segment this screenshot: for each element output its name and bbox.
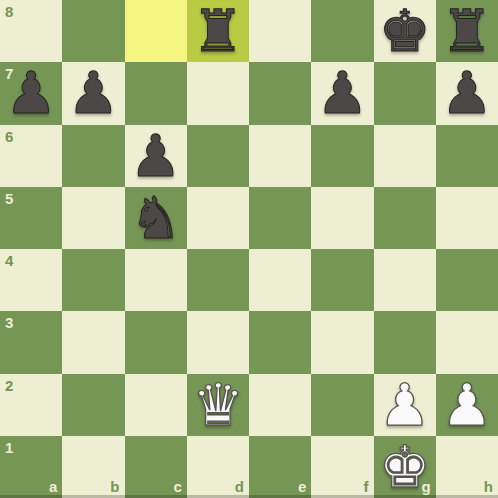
black-pawn[interactable]: ♟	[67, 64, 119, 122]
file-label-h: h	[484, 479, 493, 494]
chess-board-wrapper: 8♜♚♜7♟♟♟♟6♟5♞432♛♟♟1abcdefg♚h	[0, 0, 498, 498]
square-a6[interactable]: 6	[0, 125, 62, 187]
square-h2[interactable]: ♟	[436, 374, 498, 436]
rank-label-1: 1	[5, 440, 13, 455]
square-a8[interactable]: 8	[0, 0, 62, 62]
square-b5[interactable]	[62, 187, 124, 249]
square-a3[interactable]: 3	[0, 311, 62, 373]
square-e5[interactable]	[249, 187, 311, 249]
square-d2[interactable]: ♛	[187, 374, 249, 436]
square-h5[interactable]	[436, 187, 498, 249]
square-g4[interactable]	[374, 249, 436, 311]
rank-label-6: 6	[5, 129, 13, 144]
square-c2[interactable]	[125, 374, 187, 436]
square-h1[interactable]: h	[436, 436, 498, 498]
rank-label-2: 2	[5, 378, 13, 393]
square-h7[interactable]: ♟	[436, 62, 498, 124]
square-d8[interactable]: ♜	[187, 0, 249, 62]
square-e4[interactable]	[249, 249, 311, 311]
square-g7[interactable]	[374, 62, 436, 124]
square-c4[interactable]	[125, 249, 187, 311]
square-f1[interactable]: f	[311, 436, 373, 498]
square-h8[interactable]: ♜	[436, 0, 498, 62]
square-f6[interactable]	[311, 125, 373, 187]
square-f8[interactable]	[311, 0, 373, 62]
rank-label-5: 5	[5, 191, 13, 206]
white-queen[interactable]: ♛	[192, 376, 244, 434]
square-c3[interactable]	[125, 311, 187, 373]
square-b3[interactable]	[62, 311, 124, 373]
square-d4[interactable]	[187, 249, 249, 311]
square-f5[interactable]	[311, 187, 373, 249]
square-b8[interactable]	[62, 0, 124, 62]
square-h3[interactable]	[436, 311, 498, 373]
square-c8[interactable]	[125, 0, 187, 62]
square-e7[interactable]	[249, 62, 311, 124]
square-d1[interactable]: d	[187, 436, 249, 498]
black-knight[interactable]: ♞	[130, 189, 182, 247]
square-b6[interactable]	[62, 125, 124, 187]
file-label-c: c	[173, 479, 181, 494]
square-a2[interactable]: 2	[0, 374, 62, 436]
square-c7[interactable]	[125, 62, 187, 124]
square-f2[interactable]	[311, 374, 373, 436]
file-label-b: b	[110, 479, 119, 494]
square-d3[interactable]	[187, 311, 249, 373]
black-pawn[interactable]: ♟	[130, 127, 182, 185]
square-g3[interactable]	[374, 311, 436, 373]
square-d5[interactable]	[187, 187, 249, 249]
square-e8[interactable]	[249, 0, 311, 62]
black-king[interactable]: ♚	[379, 2, 431, 60]
square-g6[interactable]	[374, 125, 436, 187]
square-d7[interactable]	[187, 62, 249, 124]
square-a7[interactable]: 7♟	[0, 62, 62, 124]
black-pawn[interactable]: ♟	[5, 64, 57, 122]
square-f3[interactable]	[311, 311, 373, 373]
square-e1[interactable]: e	[249, 436, 311, 498]
square-b7[interactable]: ♟	[62, 62, 124, 124]
square-b1[interactable]: b	[62, 436, 124, 498]
file-label-e: e	[298, 479, 306, 494]
square-g1[interactable]: g♚	[374, 436, 436, 498]
square-a1[interactable]: 1a	[0, 436, 62, 498]
black-rook[interactable]: ♜	[441, 2, 493, 60]
square-g8[interactable]: ♚	[374, 0, 436, 62]
square-f7[interactable]: ♟	[311, 62, 373, 124]
square-d6[interactable]	[187, 125, 249, 187]
square-g2[interactable]: ♟	[374, 374, 436, 436]
square-e2[interactable]	[249, 374, 311, 436]
square-b4[interactable]	[62, 249, 124, 311]
square-g5[interactable]	[374, 187, 436, 249]
file-label-d: d	[235, 479, 244, 494]
white-pawn[interactable]: ♟	[441, 376, 493, 434]
square-c6[interactable]: ♟	[125, 125, 187, 187]
black-rook[interactable]: ♜	[192, 2, 244, 60]
square-e3[interactable]	[249, 311, 311, 373]
file-label-a: a	[49, 479, 57, 494]
square-h4[interactable]	[436, 249, 498, 311]
square-f4[interactable]	[311, 249, 373, 311]
square-e6[interactable]	[249, 125, 311, 187]
rank-label-8: 8	[5, 4, 13, 19]
square-b2[interactable]	[62, 374, 124, 436]
square-c5[interactable]: ♞	[125, 187, 187, 249]
file-label-f: f	[364, 479, 369, 494]
rank-label-4: 4	[5, 253, 13, 268]
white-pawn[interactable]: ♟	[379, 376, 431, 434]
chess-board: 8♜♚♜7♟♟♟♟6♟5♞432♛♟♟1abcdefg♚h	[0, 0, 498, 498]
square-a5[interactable]: 5	[0, 187, 62, 249]
square-h6[interactable]	[436, 125, 498, 187]
square-a4[interactable]: 4	[0, 249, 62, 311]
rank-label-3: 3	[5, 315, 13, 330]
white-king[interactable]: ♚	[379, 438, 431, 496]
square-c1[interactable]: c	[125, 436, 187, 498]
black-pawn[interactable]: ♟	[316, 64, 368, 122]
black-pawn[interactable]: ♟	[441, 64, 493, 122]
